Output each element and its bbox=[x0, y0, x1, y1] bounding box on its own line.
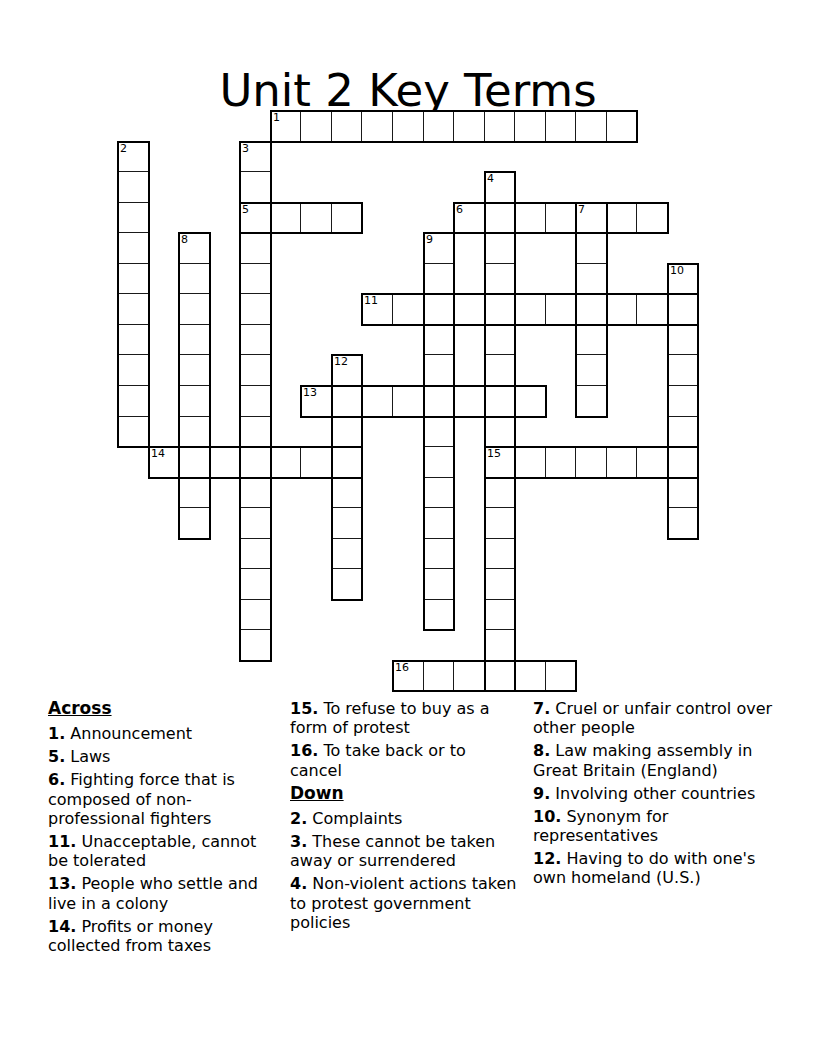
grid-cell-r3c16[interactable] bbox=[606, 202, 638, 234]
grid-cell-r0c11[interactable] bbox=[453, 110, 486, 143]
grid-cell-r8c4[interactable] bbox=[239, 354, 272, 387]
clue-number-9: 9 bbox=[426, 233, 433, 246]
grid-cell-r10c12[interactable] bbox=[484, 416, 516, 448]
grid-cell-r4c12[interactable] bbox=[484, 232, 516, 265]
grid-cell-r2c12[interactable]: 4 bbox=[484, 171, 516, 204]
grid-cell-r3c17[interactable] bbox=[636, 202, 669, 234]
grid-cell-r13c10[interactable] bbox=[423, 507, 455, 540]
grid-cell-r11c5[interactable] bbox=[270, 446, 302, 479]
clue-number-11: 11 bbox=[364, 294, 378, 307]
clue-label-14: 14. bbox=[48, 917, 76, 936]
clue-label-8: 8. bbox=[533, 741, 550, 760]
grid-cell-r7c4[interactable] bbox=[239, 324, 272, 356]
grid-cell-r4c4[interactable] bbox=[239, 232, 272, 265]
clue-number-14: 14 bbox=[151, 447, 165, 460]
grid-cell-r6c18[interactable] bbox=[667, 293, 699, 326]
grid-cell-r3c14[interactable] bbox=[545, 202, 577, 234]
grid-cell-r11c12[interactable]: 15 bbox=[484, 446, 516, 479]
grid-cell-r8c7[interactable]: 12 bbox=[331, 354, 363, 387]
grid-cell-r15c10[interactable] bbox=[423, 568, 455, 601]
grid-cell-r3c12[interactable] bbox=[484, 202, 516, 234]
grid-cell-r11c10[interactable] bbox=[423, 446, 455, 479]
clue-number-5: 5 bbox=[242, 203, 249, 216]
grid-cell-r5c10[interactable] bbox=[423, 263, 455, 295]
grid-cell-r9c8[interactable] bbox=[361, 385, 394, 418]
clue-number-12: 12 bbox=[334, 355, 348, 368]
clue-label-12: 12. bbox=[533, 849, 561, 868]
clue-number-7: 7 bbox=[578, 203, 585, 216]
grid-cell-r5c2[interactable] bbox=[178, 263, 211, 295]
grid-cell-r13c2[interactable] bbox=[178, 507, 211, 540]
grid-cell-r3c5[interactable] bbox=[270, 202, 302, 234]
clue-3-down: 3. These cannot be taken away or surrend… bbox=[290, 832, 517, 871]
grid-cell-r5c4[interactable] bbox=[239, 263, 272, 295]
grid-cell-r14c7[interactable] bbox=[331, 538, 363, 570]
grid-cell-r0c9[interactable] bbox=[392, 110, 425, 143]
grid-cell-r0c6[interactable] bbox=[300, 110, 333, 143]
clue-13-across: 13. People who settle and live in a colo… bbox=[48, 874, 275, 913]
grid-cell-r18c14[interactable] bbox=[545, 660, 577, 692]
grid-cell-r12c12[interactable] bbox=[484, 477, 516, 509]
grid-cell-r12c10[interactable] bbox=[423, 477, 455, 509]
clue-label-9: 9. bbox=[533, 784, 550, 803]
grid-cell-r9c6[interactable]: 13 bbox=[300, 385, 333, 418]
grid-cell-r0c8[interactable] bbox=[361, 110, 394, 143]
grid-cell-r3c7[interactable] bbox=[331, 202, 363, 234]
grid-cell-r11c7[interactable] bbox=[331, 446, 363, 479]
grid-cell-r6c8[interactable]: 11 bbox=[361, 293, 394, 326]
clue-number-1: 1 bbox=[273, 111, 280, 124]
clue-label-1: 1. bbox=[48, 724, 65, 743]
grid-cell-r17c12[interactable] bbox=[484, 629, 516, 662]
grid-cell-r6c12[interactable] bbox=[484, 293, 516, 326]
grid-cell-r15c4[interactable] bbox=[239, 568, 272, 601]
crossword-worksheet-page: { "title": "Unit 2 Key Terms", "game": "… bbox=[0, 0, 816, 1056]
clue-8-down: 8. Law making assembly in Great Britain … bbox=[533, 741, 783, 780]
grid-cell-r7c10[interactable] bbox=[423, 324, 455, 356]
grid-cell-r4c2[interactable]: 8 bbox=[178, 232, 211, 265]
grid-cell-r13c7[interactable] bbox=[331, 507, 363, 540]
grid-cell-r7c18[interactable] bbox=[667, 324, 699, 356]
grid-cell-r16c10[interactable] bbox=[423, 599, 455, 631]
grid-cell-r6c0[interactable] bbox=[117, 293, 150, 326]
clue-7-down: 7. Cruel or unfair control over other pe… bbox=[533, 699, 783, 738]
grid-cell-r11c2[interactable] bbox=[178, 446, 211, 479]
grid-cell-r18c12[interactable] bbox=[484, 660, 516, 692]
grid-cell-r9c4[interactable] bbox=[239, 385, 272, 418]
clue-6-across: 6. Fighting force that is composed of no… bbox=[48, 770, 275, 828]
grid-cell-r0c14[interactable] bbox=[545, 110, 577, 143]
grid-cell-r9c2[interactable] bbox=[178, 385, 211, 418]
grid-cell-r14c10[interactable] bbox=[423, 538, 455, 570]
grid-cell-r3c13[interactable] bbox=[514, 202, 547, 234]
grid-cell-r11c15[interactable] bbox=[575, 446, 608, 479]
grid-cell-r9c9[interactable] bbox=[392, 385, 425, 418]
grid-cell-r17c4[interactable] bbox=[239, 629, 272, 662]
grid-cell-r13c4[interactable] bbox=[239, 507, 272, 540]
clue-5-across: 5. Laws bbox=[48, 747, 275, 766]
grid-cell-r0c12[interactable] bbox=[484, 110, 516, 143]
clue-text-9: Involving other countries bbox=[550, 784, 755, 803]
grid-cell-r0c10[interactable] bbox=[423, 110, 455, 143]
clue-label-4: 4. bbox=[290, 874, 307, 893]
grid-cell-r8c12[interactable] bbox=[484, 354, 516, 387]
grid-cell-r6c9[interactable] bbox=[392, 293, 425, 326]
grid-cell-r0c16[interactable] bbox=[606, 110, 638, 143]
clue-15-across: 15. To refuse to buy as a form of protes… bbox=[290, 699, 517, 738]
grid-cell-r11c16[interactable] bbox=[606, 446, 638, 479]
grid-cell-r11c13[interactable] bbox=[514, 446, 547, 479]
clues-column-3: 7. Cruel or unfair control over other pe… bbox=[533, 699, 783, 891]
clue-16-across: 16. To take back or to cancel bbox=[290, 741, 517, 780]
grid-cell-r0c13[interactable] bbox=[514, 110, 547, 143]
grid-cell-r10c4[interactable] bbox=[239, 416, 272, 448]
grid-cell-r6c13[interactable] bbox=[514, 293, 547, 326]
grid-cell-r4c15[interactable] bbox=[575, 232, 608, 265]
clue-label-7: 7. bbox=[533, 699, 550, 718]
grid-cell-r0c15[interactable] bbox=[575, 110, 608, 143]
grid-cell-r1c0[interactable]: 2 bbox=[117, 141, 150, 173]
grid-cell-r10c18[interactable] bbox=[667, 416, 699, 448]
clue-number-8: 8 bbox=[181, 233, 188, 246]
clue-9-down: 9. Involving other countries bbox=[533, 784, 783, 803]
grid-cell-r11c6[interactable] bbox=[300, 446, 333, 479]
clue-text-5: Laws bbox=[65, 747, 110, 766]
grid-cell-r4c0[interactable] bbox=[117, 232, 150, 265]
across-clues-header: Across bbox=[48, 699, 275, 718]
grid-cell-r5c18[interactable]: 10 bbox=[667, 263, 699, 295]
grid-cell-r9c13[interactable] bbox=[514, 385, 547, 418]
grid-cell-r10c0[interactable] bbox=[117, 416, 150, 448]
grid-cell-r3c4[interactable]: 5 bbox=[239, 202, 272, 234]
grid-cell-r10c10[interactable] bbox=[423, 416, 455, 448]
grid-cell-r0c7[interactable] bbox=[331, 110, 363, 143]
clue-number-15: 15 bbox=[487, 447, 501, 460]
grid-cell-r6c11[interactable] bbox=[453, 293, 486, 326]
grid-cell-r2c4[interactable] bbox=[239, 171, 272, 204]
clue-text-13: People who settle and live in a colony bbox=[48, 874, 258, 912]
grid-cell-r18c10[interactable] bbox=[423, 660, 455, 692]
grid-cell-r9c12[interactable] bbox=[484, 385, 516, 418]
grid-cell-r12c4[interactable] bbox=[239, 477, 272, 509]
grid-cell-r8c18[interactable] bbox=[667, 354, 699, 387]
grid-cell-r15c12[interactable] bbox=[484, 568, 516, 601]
grid-cell-r12c18[interactable] bbox=[667, 477, 699, 509]
clue-label-3: 3. bbox=[290, 832, 307, 851]
clue-text-12: Having to do with one's own homeland (U.… bbox=[533, 849, 755, 887]
grid-cell-r18c11[interactable] bbox=[453, 660, 486, 692]
clue-label-11: 11. bbox=[48, 832, 76, 851]
clue-number-2: 2 bbox=[120, 142, 127, 155]
grid-cell-r6c10[interactable] bbox=[423, 293, 455, 326]
crossword-grid: 12345678910111213141516 bbox=[0, 0, 816, 700]
grid-cell-r3c6[interactable] bbox=[300, 202, 333, 234]
grid-cell-r11c14[interactable] bbox=[545, 446, 577, 479]
clues-column-2: 15. To refuse to buy as a form of protes… bbox=[290, 699, 517, 936]
clue-number-16: 16 bbox=[395, 661, 409, 674]
grid-cell-r18c9[interactable]: 16 bbox=[392, 660, 425, 692]
clue-label-10: 10. bbox=[533, 807, 561, 826]
clue-text-4: Non-violent actions taken to protest gov… bbox=[290, 874, 516, 932]
grid-cell-r4c10[interactable]: 9 bbox=[423, 232, 455, 265]
grid-cell-r11c4[interactable] bbox=[239, 446, 272, 479]
grid-cell-r15c7[interactable] bbox=[331, 568, 363, 601]
grid-cell-r9c10[interactable] bbox=[423, 385, 455, 418]
clue-label-15: 15. bbox=[290, 699, 318, 718]
grid-cell-r12c7[interactable] bbox=[331, 477, 363, 509]
clue-text-2: Complaints bbox=[307, 809, 402, 828]
clue-text-1: Announcement bbox=[65, 724, 192, 743]
grid-cell-r14c12[interactable] bbox=[484, 538, 516, 570]
clue-label-6: 6. bbox=[48, 770, 65, 789]
grid-cell-r10c7[interactable] bbox=[331, 416, 363, 448]
grid-cell-r6c17[interactable] bbox=[636, 293, 669, 326]
grid-cell-r8c0[interactable] bbox=[117, 354, 150, 387]
clue-11-across: 11. Unacceptable, cannot be tolerated bbox=[48, 832, 275, 871]
clues-column-1: Across1. Announcement5. Laws6. Fighting … bbox=[48, 699, 275, 959]
grid-cell-r11c17[interactable] bbox=[636, 446, 669, 479]
grid-cell-r6c14[interactable] bbox=[545, 293, 577, 326]
grid-cell-r9c11[interactable] bbox=[453, 385, 486, 418]
grid-cell-r5c0[interactable] bbox=[117, 263, 150, 295]
grid-cell-r11c3[interactable] bbox=[209, 446, 241, 479]
clue-label-2: 2. bbox=[290, 809, 307, 828]
grid-cell-r3c11[interactable]: 6 bbox=[453, 202, 486, 234]
grid-cell-r11c18[interactable] bbox=[667, 446, 699, 479]
grid-cell-r14c4[interactable] bbox=[239, 538, 272, 570]
clue-10-down: 10. Synonym for representatives bbox=[533, 807, 783, 846]
clue-12-down: 12. Having to do with one's own homeland… bbox=[533, 849, 783, 888]
clue-text-7: Cruel or unfair control over other peopl… bbox=[533, 699, 772, 737]
grid-cell-r9c7[interactable] bbox=[331, 385, 363, 418]
grid-cell-r11c1[interactable]: 14 bbox=[148, 446, 180, 479]
clue-text-8: Law making assembly in Great Britain (En… bbox=[533, 741, 752, 779]
clue-text-6: Fighting force that is composed of non-p… bbox=[48, 770, 235, 828]
grid-cell-r13c18[interactable] bbox=[667, 507, 699, 540]
clue-number-4: 4 bbox=[487, 172, 494, 185]
grid-cell-r10c2[interactable] bbox=[178, 416, 211, 448]
grid-cell-r3c15[interactable]: 7 bbox=[575, 202, 608, 234]
grid-cell-r8c15[interactable] bbox=[575, 354, 608, 387]
grid-cell-r2c0[interactable] bbox=[117, 171, 150, 204]
grid-cell-r16c12[interactable] bbox=[484, 599, 516, 631]
grid-cell-r8c2[interactable] bbox=[178, 354, 211, 387]
grid-cell-r13c12[interactable] bbox=[484, 507, 516, 540]
grid-cell-r0c5[interactable]: 1 bbox=[270, 110, 302, 143]
grid-cell-r5c12[interactable] bbox=[484, 263, 516, 295]
grid-cell-r6c15[interactable] bbox=[575, 293, 608, 326]
clue-text-15: To refuse to buy as a form of protest bbox=[290, 699, 490, 737]
grid-cell-r7c2[interactable] bbox=[178, 324, 211, 356]
grid-cell-r6c4[interactable] bbox=[239, 293, 272, 326]
grid-cell-r6c2[interactable] bbox=[178, 293, 211, 326]
grid-cell-r16c4[interactable] bbox=[239, 599, 272, 631]
clue-text-3: These cannot be taken away or surrendere… bbox=[290, 832, 495, 870]
clue-number-13: 13 bbox=[303, 386, 317, 399]
down-clues-header: Down bbox=[290, 784, 517, 803]
clue-4-down: 4. Non-violent actions taken to protest … bbox=[290, 874, 517, 932]
grid-cell-r1c4[interactable]: 3 bbox=[239, 141, 272, 173]
grid-cell-r7c12[interactable] bbox=[484, 324, 516, 356]
grid-cell-r7c0[interactable] bbox=[117, 324, 150, 356]
clue-2-down: 2. Complaints bbox=[290, 809, 517, 828]
grid-cell-r5c15[interactable] bbox=[575, 263, 608, 295]
clue-number-6: 6 bbox=[456, 203, 463, 216]
grid-cell-r6c16[interactable] bbox=[606, 293, 638, 326]
grid-cell-r9c0[interactable] bbox=[117, 385, 150, 418]
clue-1-across: 1. Announcement bbox=[48, 724, 275, 743]
clue-text-11: Unacceptable, cannot be tolerated bbox=[48, 832, 256, 870]
clue-label-13: 13. bbox=[48, 874, 76, 893]
clue-14-across: 14. Profits or money collected from taxe… bbox=[48, 917, 275, 956]
clue-label-16: 16. bbox=[290, 741, 318, 760]
clue-label-5: 5. bbox=[48, 747, 65, 766]
grid-cell-r3c0[interactable] bbox=[117, 202, 150, 234]
grid-cell-r7c15[interactable] bbox=[575, 324, 608, 356]
grid-cell-r9c15[interactable] bbox=[575, 385, 608, 418]
grid-cell-r8c10[interactable] bbox=[423, 354, 455, 387]
grid-cell-r12c2[interactable] bbox=[178, 477, 211, 509]
clue-number-10: 10 bbox=[670, 264, 684, 277]
clue-number-3: 3 bbox=[242, 142, 249, 155]
grid-cell-r18c13[interactable] bbox=[514, 660, 547, 692]
grid-cell-r9c18[interactable] bbox=[667, 385, 699, 418]
